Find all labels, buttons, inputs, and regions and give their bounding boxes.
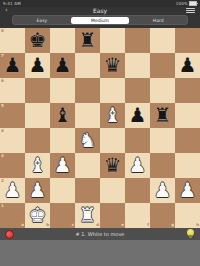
square-b6[interactable] [25, 78, 50, 103]
black-pawn-f5[interactable]: ♟ [125, 103, 150, 128]
square-a8[interactable]: 8 [0, 28, 25, 53]
square-e1[interactable]: e [100, 203, 125, 228]
square-d6[interactable] [75, 78, 100, 103]
square-h1[interactable]: h [175, 203, 200, 228]
letterbox-area [0, 240, 200, 266]
app-window: 9:41 AM 100% ‹ Easy Easy Medium Hard 8♚♜… [0, 0, 200, 266]
red-status-button[interactable] [5, 230, 14, 239]
square-a3[interactable]: 3 [0, 153, 25, 178]
square-a7[interactable]: 7♟ [0, 53, 25, 78]
square-c4[interactable] [50, 128, 75, 153]
file-label-h: h [196, 223, 199, 227]
square-d7[interactable] [75, 53, 100, 78]
difficulty-segmented-control: Easy Medium Hard [12, 15, 188, 25]
square-e8[interactable] [100, 28, 125, 53]
square-d1[interactable]: d♜ [75, 203, 100, 228]
file-label-g: g [171, 223, 174, 227]
square-d5[interactable] [75, 103, 100, 128]
square-a5[interactable]: 5 [0, 103, 25, 128]
square-b8[interactable]: ♚ [25, 28, 50, 53]
black-queen-e3[interactable]: ♛ [100, 153, 125, 178]
square-e2[interactable] [100, 178, 125, 203]
white-pawn-h2[interactable]: ♟ [175, 178, 200, 203]
black-rook-g5[interactable]: ♜ [150, 103, 175, 128]
white-bishop-e5[interactable]: ♝ [100, 103, 125, 128]
black-pawn-c7[interactable]: ♟ [50, 53, 75, 78]
rank-label-3: 3 [1, 154, 4, 158]
square-f4[interactable] [125, 128, 150, 153]
black-queen-e7[interactable]: ♛ [100, 53, 125, 78]
square-b3[interactable]: ♝ [25, 153, 50, 178]
tab-hard[interactable]: Hard [129, 16, 187, 24]
square-h6[interactable] [175, 78, 200, 103]
square-a4[interactable]: 4 [0, 128, 25, 153]
square-h3[interactable] [175, 153, 200, 178]
rank-label-6: 6 [1, 79, 4, 83]
square-h2[interactable]: ♟ [175, 178, 200, 203]
square-h5[interactable] [175, 103, 200, 128]
square-b4[interactable] [25, 128, 50, 153]
rank-label-8: 8 [1, 29, 4, 33]
hint-button[interactable] [186, 229, 194, 239]
square-f3[interactable]: ♟ [125, 153, 150, 178]
page-title: Easy [0, 7, 200, 14]
white-pawn-f3[interactable]: ♟ [125, 153, 150, 178]
square-b1[interactable]: b♚ [25, 203, 50, 228]
white-bishop-b3[interactable]: ♝ [25, 153, 50, 178]
file-label-e: e [121, 223, 124, 227]
black-rook-d8[interactable]: ♜ [75, 28, 100, 53]
black-king-b8[interactable]: ♚ [25, 28, 50, 53]
square-h4[interactable] [175, 128, 200, 153]
rank-label-4: 4 [1, 129, 4, 133]
white-pawn-b2[interactable]: ♟ [25, 178, 50, 203]
square-h7[interactable]: ♟ [175, 53, 200, 78]
square-g5[interactable]: ♜ [150, 103, 175, 128]
square-e4[interactable] [100, 128, 125, 153]
square-a6[interactable]: 6 [0, 78, 25, 103]
file-label-c: c [72, 223, 74, 227]
white-king-b1[interactable]: ♚ [25, 203, 50, 228]
square-e5[interactable]: ♝ [100, 103, 125, 128]
square-g3[interactable] [150, 153, 175, 178]
black-pawn-a7[interactable]: ♟ [0, 53, 25, 78]
lightbulb-base [189, 235, 192, 238]
square-c6[interactable] [50, 78, 75, 103]
square-b2[interactable]: ♟ [25, 178, 50, 203]
puzzle-caption: # 1. White to move [76, 231, 125, 237]
square-g8[interactable] [150, 28, 175, 53]
file-label-a: a [21, 223, 24, 227]
square-b5[interactable] [25, 103, 50, 128]
square-f6[interactable] [125, 78, 150, 103]
square-c7[interactable]: ♟ [50, 53, 75, 78]
square-e6[interactable] [100, 78, 125, 103]
square-g6[interactable] [150, 78, 175, 103]
rank-label-5: 5 [1, 104, 4, 108]
square-c5[interactable]: ♝ [50, 103, 75, 128]
square-c2[interactable] [50, 178, 75, 203]
white-knight-d4[interactable]: ♞ [75, 128, 100, 153]
tab-easy[interactable]: Easy [13, 16, 71, 24]
square-f8[interactable] [125, 28, 150, 53]
square-f5[interactable]: ♟ [125, 103, 150, 128]
black-bishop-c5[interactable]: ♝ [50, 103, 75, 128]
square-d4[interactable]: ♞ [75, 128, 100, 153]
footer-bar: # 1. White to move [0, 228, 200, 240]
square-a2[interactable]: 2♟ [0, 178, 25, 203]
tab-medium[interactable]: Medium [71, 17, 129, 24]
square-h8[interactable] [175, 28, 200, 53]
white-pawn-a2[interactable]: ♟ [0, 178, 25, 203]
square-g1[interactable]: g [150, 203, 175, 228]
square-a1[interactable]: 1a [0, 203, 25, 228]
file-label-f: f [147, 223, 149, 227]
square-f2[interactable] [125, 178, 150, 203]
square-d8[interactable]: ♜ [75, 28, 100, 53]
square-c3[interactable]: ♟ [50, 153, 75, 178]
chess-board: 8♚♜7♟♟♟♛♟65♝♝♟♜4♞3♝♟♛♟2♟♟♟♟1ab♚cd♜efgh [0, 28, 200, 228]
white-pawn-c3[interactable]: ♟ [50, 153, 75, 178]
rank-label-1: 1 [1, 204, 4, 208]
square-c8[interactable] [50, 28, 75, 53]
hamburger-menu-icon[interactable] [186, 8, 195, 15]
square-e3[interactable]: ♛ [100, 153, 125, 178]
square-e7[interactable]: ♛ [100, 53, 125, 78]
square-g4[interactable] [150, 128, 175, 153]
square-f1[interactable]: f [125, 203, 150, 228]
square-d2[interactable] [75, 178, 100, 203]
square-d3[interactable] [75, 153, 100, 178]
nav-bar: ‹ Easy [0, 6, 200, 15]
white-pawn-g2[interactable]: ♟ [150, 178, 175, 203]
white-rook-d1[interactable]: ♜ [75, 203, 100, 228]
black-pawn-h7[interactable]: ♟ [175, 53, 200, 78]
black-pawn-b7[interactable]: ♟ [25, 53, 50, 78]
square-g2[interactable]: ♟ [150, 178, 175, 203]
square-c1[interactable]: c [50, 203, 75, 228]
square-f7[interactable] [125, 53, 150, 78]
square-b7[interactable]: ♟ [25, 53, 50, 78]
square-g7[interactable] [150, 53, 175, 78]
